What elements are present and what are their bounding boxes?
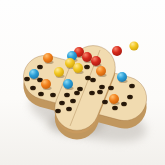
peg-hole-empty [84, 65, 90, 70]
marble-blue [29, 69, 39, 79]
peg-hole-empty [97, 90, 103, 95]
peg-hole-empty [38, 92, 44, 97]
peg-hole-empty [129, 84, 135, 89]
peg-hole-empty [108, 86, 114, 91]
marble-yellow [54, 67, 64, 77]
marble-blue [117, 72, 127, 82]
peg-hole-empty [70, 99, 76, 104]
airborne-marble-red [112, 46, 122, 56]
marble-red [91, 56, 101, 66]
marble-blue [63, 79, 73, 89]
peg-hole-empty [112, 106, 118, 111]
marble-orange [43, 53, 53, 63]
marble-red [82, 52, 92, 62]
peg-hole-empty [121, 102, 127, 107]
peg-hole-empty [24, 77, 30, 82]
airborne-marble-yellow [129, 41, 138, 50]
peg-hole-empty [99, 85, 105, 90]
marble-orange [96, 66, 106, 76]
peg-hole-empty [102, 100, 108, 105]
peg-hole-empty [77, 87, 83, 92]
peg-hole-empty [85, 76, 91, 81]
peg-hole-empty [37, 65, 43, 70]
peg-hole-empty [127, 95, 133, 100]
marble-yellow [73, 63, 83, 73]
peg-hole-empty [59, 101, 65, 106]
peg-hole-empty [74, 91, 80, 96]
marble-orange [109, 94, 119, 104]
marble-orange [41, 79, 51, 89]
peg-hole-empty [90, 78, 96, 83]
peg-hole-empty [55, 109, 61, 114]
board-scene [0, 0, 165, 165]
peg-hole-empty [64, 93, 70, 98]
peg-hole-empty [66, 107, 72, 112]
peg-hole-empty [30, 86, 36, 91]
peg-hole-empty [89, 91, 95, 96]
product-photo-stage [0, 0, 165, 165]
peg-hole-empty [50, 93, 56, 98]
